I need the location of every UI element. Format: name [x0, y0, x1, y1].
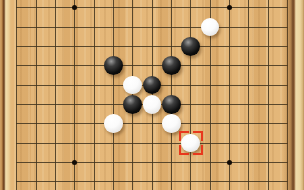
board-cell[interactable] — [220, 17, 239, 36]
board-cell[interactable] — [142, 153, 161, 172]
board-cell[interactable] — [46, 95, 65, 114]
board-cell[interactable] — [162, 56, 181, 75]
board-cell[interactable] — [46, 56, 65, 75]
board-cell[interactable] — [142, 37, 161, 56]
board-cell[interactable] — [65, 172, 84, 190]
board-cell[interactable] — [258, 172, 277, 190]
board-cell[interactable] — [239, 95, 258, 114]
board-cell[interactable] — [123, 133, 142, 152]
board-cell[interactable] — [142, 75, 161, 94]
board-cell[interactable] — [278, 153, 297, 172]
white-stone — [123, 76, 142, 95]
board-cell[interactable] — [278, 56, 297, 75]
board-cell[interactable] — [162, 133, 181, 152]
board-cell[interactable] — [181, 133, 200, 152]
board-cell[interactable] — [46, 0, 65, 17]
board-cell[interactable] — [258, 0, 277, 17]
board-cell[interactable] — [278, 0, 297, 17]
black-stone — [143, 76, 162, 95]
board-cell[interactable] — [220, 75, 239, 94]
board-cell[interactable] — [162, 75, 181, 94]
board-cell[interactable] — [123, 153, 142, 172]
board-cell[interactable] — [162, 37, 181, 56]
board-cell[interactable] — [84, 172, 103, 190]
board-cell[interactable] — [162, 153, 181, 172]
board-cell[interactable] — [7, 153, 26, 172]
black-stone — [104, 56, 123, 75]
board-cell[interactable] — [162, 114, 181, 133]
board-cell[interactable] — [239, 17, 258, 36]
board-cell[interactable] — [278, 95, 297, 114]
board-cell[interactable] — [46, 114, 65, 133]
board-cell[interactable] — [258, 75, 277, 94]
board-cell[interactable] — [142, 56, 161, 75]
white-stone — [104, 114, 123, 133]
board-cell[interactable] — [181, 172, 200, 190]
black-stone — [162, 95, 181, 114]
board-cell[interactable] — [258, 37, 277, 56]
board-cell[interactable] — [7, 37, 26, 56]
board-cell[interactable] — [104, 0, 123, 17]
board-cell[interactable] — [220, 95, 239, 114]
board-cell[interactable] — [220, 0, 239, 17]
board-cell[interactable] — [84, 153, 103, 172]
board-cell[interactable] — [162, 95, 181, 114]
board-cell[interactable] — [142, 95, 161, 114]
board-cell[interactable] — [239, 0, 258, 17]
black-stone — [181, 37, 200, 56]
board-cell[interactable] — [220, 114, 239, 133]
board-cell[interactable] — [200, 75, 219, 94]
board-cell[interactable] — [123, 114, 142, 133]
board-cell[interactable] — [239, 133, 258, 152]
board-cell[interactable] — [200, 37, 219, 56]
board-cell[interactable] — [142, 114, 161, 133]
board-cell[interactable] — [181, 95, 200, 114]
board-cell[interactable] — [26, 56, 45, 75]
board-cell[interactable] — [65, 95, 84, 114]
board-cell[interactable] — [104, 95, 123, 114]
board-cell[interactable] — [181, 37, 200, 56]
board-cell[interactable] — [104, 17, 123, 36]
board-cell[interactable] — [65, 153, 84, 172]
board-cell[interactable] — [7, 172, 26, 190]
board-cell[interactable] — [26, 95, 45, 114]
board-cell[interactable] — [46, 37, 65, 56]
board-cell[interactable] — [26, 37, 45, 56]
board-cell[interactable] — [181, 17, 200, 36]
board-cell[interactable] — [142, 133, 161, 152]
board-cell[interactable] — [104, 172, 123, 190]
board-cell[interactable] — [239, 153, 258, 172]
board-cell[interactable] — [26, 0, 45, 17]
board-cell[interactable] — [278, 75, 297, 94]
board-cell[interactable] — [26, 153, 45, 172]
board-cell[interactable] — [278, 37, 297, 56]
board-cell[interactable] — [104, 114, 123, 133]
board-cell[interactable] — [123, 75, 142, 94]
board-cell[interactable] — [65, 0, 84, 17]
board-cell[interactable] — [46, 75, 65, 94]
board-cell[interactable] — [46, 153, 65, 172]
board-cell[interactable] — [200, 153, 219, 172]
board-cell[interactable] — [200, 56, 219, 75]
board-cell[interactable] — [26, 17, 45, 36]
board-cell[interactable] — [46, 133, 65, 152]
board-cell[interactable] — [181, 56, 200, 75]
board-cell[interactable] — [46, 17, 65, 36]
board-cell[interactable] — [26, 133, 45, 152]
board-cell[interactable] — [181, 0, 200, 17]
board-cell[interactable] — [220, 133, 239, 152]
board-cell[interactable] — [7, 0, 26, 17]
black-stone — [123, 95, 142, 114]
gomoku-board — [0, 0, 304, 190]
board-cell[interactable] — [84, 0, 103, 17]
board-cell[interactable] — [84, 133, 103, 152]
board-cell[interactable] — [123, 17, 142, 36]
board-cell[interactable] — [104, 153, 123, 172]
board-cell[interactable] — [239, 114, 258, 133]
board-cell[interactable] — [26, 114, 45, 133]
board-cell[interactable] — [7, 114, 26, 133]
board-cell[interactable] — [46, 172, 65, 190]
board-intersection-grid — [7, 0, 297, 190]
board-cell[interactable] — [220, 172, 239, 190]
board-cell[interactable] — [181, 114, 200, 133]
board-cell[interactable] — [200, 0, 219, 17]
board-cell[interactable] — [65, 114, 84, 133]
board-cell[interactable] — [123, 0, 142, 17]
board-cell[interactable] — [65, 17, 84, 36]
board-cell[interactable] — [239, 56, 258, 75]
white-stone — [181, 134, 200, 153]
board-cell[interactable] — [7, 95, 26, 114]
board-cell[interactable] — [200, 172, 219, 190]
white-stone — [162, 114, 181, 133]
board-cell[interactable] — [104, 56, 123, 75]
board-cell[interactable] — [278, 172, 297, 190]
board-cell[interactable] — [162, 0, 181, 17]
board-cell[interactable] — [26, 75, 45, 94]
board-cell[interactable] — [142, 0, 161, 17]
board-cell[interactable] — [239, 37, 258, 56]
board-cell[interactable] — [65, 37, 84, 56]
board-cell[interactable] — [142, 17, 161, 36]
board-cell[interactable] — [181, 75, 200, 94]
board-cell[interactable] — [123, 95, 142, 114]
board-cell[interactable] — [123, 37, 142, 56]
board-cell[interactable] — [7, 56, 26, 75]
board-cell[interactable] — [7, 133, 26, 152]
board-cell[interactable] — [278, 17, 297, 36]
board-cell[interactable] — [258, 153, 277, 172]
board-cell[interactable] — [278, 114, 297, 133]
board-cell[interactable] — [258, 114, 277, 133]
board-cell[interactable] — [258, 56, 277, 75]
board-cell[interactable] — [278, 133, 297, 152]
board-cell[interactable] — [200, 95, 219, 114]
board-cell[interactable] — [7, 75, 26, 94]
board-cell[interactable] — [258, 133, 277, 152]
board-cell[interactable] — [162, 17, 181, 36]
board-cell[interactable] — [65, 56, 84, 75]
board-cell[interactable] — [200, 17, 219, 36]
board-cell[interactable] — [26, 172, 45, 190]
board-cell[interactable] — [123, 56, 142, 75]
board-cell[interactable] — [104, 37, 123, 56]
board-cell[interactable] — [104, 133, 123, 152]
board-cell[interactable] — [84, 37, 103, 56]
board-cell[interactable] — [84, 114, 103, 133]
board-cell[interactable] — [200, 133, 219, 152]
board-cell[interactable] — [258, 17, 277, 36]
white-stone — [201, 18, 220, 37]
board-cell[interactable] — [220, 153, 239, 172]
board-cell[interactable] — [84, 56, 103, 75]
board-cell[interactable] — [65, 133, 84, 152]
board-cell[interactable] — [84, 17, 103, 36]
board-cell[interactable] — [220, 37, 239, 56]
board-cell[interactable] — [65, 75, 84, 94]
board-cell[interactable] — [200, 114, 219, 133]
board-cell[interactable] — [162, 172, 181, 190]
board-cell[interactable] — [84, 75, 103, 94]
board-cell[interactable] — [84, 95, 103, 114]
black-stone — [162, 56, 181, 75]
board-cell[interactable] — [220, 56, 239, 75]
white-stone — [143, 95, 162, 114]
board-cell[interactable] — [258, 95, 277, 114]
board-cell[interactable] — [142, 172, 161, 190]
board-cell[interactable] — [181, 153, 200, 172]
board-cell[interactable] — [123, 172, 142, 190]
board-cell[interactable] — [239, 75, 258, 94]
board-cell[interactable] — [104, 75, 123, 94]
board-cell[interactable] — [239, 172, 258, 190]
board-cell[interactable] — [7, 17, 26, 36]
